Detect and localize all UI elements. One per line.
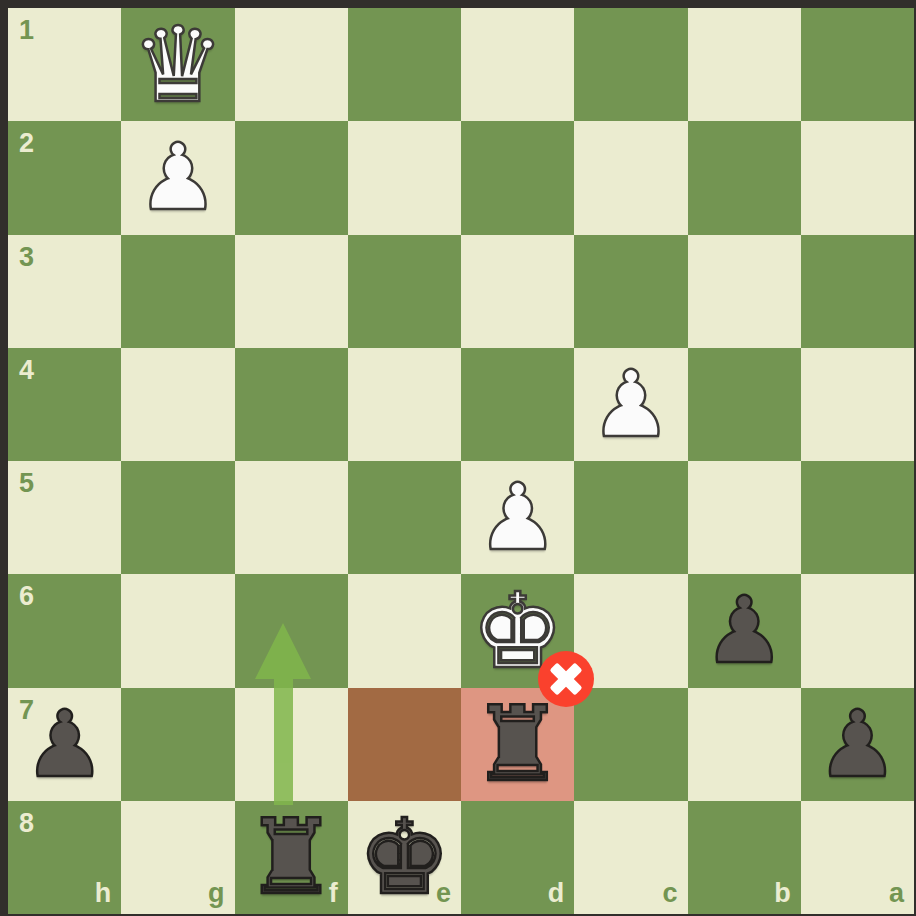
square-f7[interactable]: [235, 688, 348, 801]
square-e2[interactable]: [348, 121, 461, 234]
square-f1[interactable]: [235, 8, 348, 121]
square-d2[interactable]: [461, 121, 574, 234]
rank-label-3: 3: [19, 244, 34, 271]
rank-label-5: 5: [19, 470, 34, 497]
square-e4[interactable]: [348, 348, 461, 461]
square-g7[interactable]: [121, 688, 234, 801]
square-d5[interactable]: ♟: [461, 461, 574, 574]
square-b6[interactable]: ♟: [688, 574, 801, 687]
square-f4[interactable]: [235, 348, 348, 461]
square-e5[interactable]: [348, 461, 461, 574]
square-a3[interactable]: [801, 235, 914, 348]
square-e3[interactable]: [348, 235, 461, 348]
square-a7[interactable]: ♟: [801, 688, 914, 801]
square-f2[interactable]: [235, 121, 348, 234]
square-g8[interactable]: g: [121, 801, 234, 914]
square-d3[interactable]: [461, 235, 574, 348]
square-c5[interactable]: [574, 461, 687, 574]
piece-white-pawn-c4[interactable]: ♟: [574, 348, 687, 461]
square-g5[interactable]: [121, 461, 234, 574]
square-h6[interactable]: 6: [8, 574, 121, 687]
chess-board: 1♛2♟34♟5♟6♚♟7♟♜♟8hgf♜e♚dcba: [8, 8, 914, 914]
square-a1[interactable]: [801, 8, 914, 121]
square-c2[interactable]: [574, 121, 687, 234]
square-b3[interactable]: [688, 235, 801, 348]
square-f5[interactable]: [235, 461, 348, 574]
square-b7[interactable]: [688, 688, 801, 801]
square-c8[interactable]: c: [574, 801, 687, 914]
square-d4[interactable]: [461, 348, 574, 461]
square-a5[interactable]: [801, 461, 914, 574]
rank-label-8: 8: [19, 810, 34, 837]
square-e6[interactable]: [348, 574, 461, 687]
square-h7[interactable]: 7♟: [8, 688, 121, 801]
square-d8[interactable]: d: [461, 801, 574, 914]
square-e7[interactable]: [348, 688, 461, 801]
square-g3[interactable]: [121, 235, 234, 348]
square-f8[interactable]: f♜: [235, 801, 348, 914]
lastmove-highlight-e7: [348, 688, 461, 801]
board-frame: 1♛2♟34♟5♟6♚♟7♟♜♟8hgf♜e♚dcba: [0, 0, 916, 916]
piece-white-pawn-d5[interactable]: ♟: [461, 461, 574, 574]
piece-black-rook-f8[interactable]: ♜: [235, 801, 348, 914]
square-b2[interactable]: [688, 121, 801, 234]
square-a4[interactable]: [801, 348, 914, 461]
square-b1[interactable]: [688, 8, 801, 121]
file-label-g: g: [208, 880, 225, 907]
square-a2[interactable]: [801, 121, 914, 234]
square-b5[interactable]: [688, 461, 801, 574]
square-g1[interactable]: ♛: [121, 8, 234, 121]
square-g2[interactable]: ♟: [121, 121, 234, 234]
piece-black-pawn-b6[interactable]: ♟: [688, 574, 801, 687]
square-d1[interactable]: [461, 8, 574, 121]
square-b4[interactable]: [688, 348, 801, 461]
square-h3[interactable]: 3: [8, 235, 121, 348]
rank-label-4: 4: [19, 357, 34, 384]
square-f3[interactable]: [235, 235, 348, 348]
file-label-d: d: [548, 880, 565, 907]
piece-black-king-e8[interactable]: ♚: [348, 801, 461, 914]
square-a8[interactable]: a: [801, 801, 914, 914]
square-e8[interactable]: e♚: [348, 801, 461, 914]
rank-label-2: 2: [19, 130, 34, 157]
square-c4[interactable]: ♟: [574, 348, 687, 461]
square-h2[interactable]: 2: [8, 121, 121, 234]
blunder-x-icon: [538, 651, 594, 707]
piece-white-queen-g1[interactable]: ♛: [121, 8, 234, 121]
square-c1[interactable]: [574, 8, 687, 121]
square-c3[interactable]: [574, 235, 687, 348]
piece-white-pawn-g2[interactable]: ♟: [121, 121, 234, 234]
square-h4[interactable]: 4: [8, 348, 121, 461]
square-f6[interactable]: [235, 574, 348, 687]
square-h8[interactable]: 8h: [8, 801, 121, 914]
square-g4[interactable]: [121, 348, 234, 461]
file-label-c: c: [662, 880, 677, 907]
piece-black-pawn-a7[interactable]: ♟: [801, 688, 914, 801]
file-label-h: h: [95, 880, 112, 907]
file-label-b: b: [774, 880, 791, 907]
file-label-a: a: [889, 880, 904, 907]
square-h5[interactable]: 5: [8, 461, 121, 574]
square-h1[interactable]: 1: [8, 8, 121, 121]
square-g6[interactable]: [121, 574, 234, 687]
square-a6[interactable]: [801, 574, 914, 687]
piece-black-pawn-h7[interactable]: ♟: [8, 688, 121, 801]
square-c7[interactable]: [574, 688, 687, 801]
rank-label-6: 6: [19, 583, 34, 610]
square-e1[interactable]: [348, 8, 461, 121]
square-b8[interactable]: b: [688, 801, 801, 914]
rank-label-1: 1: [19, 17, 34, 44]
